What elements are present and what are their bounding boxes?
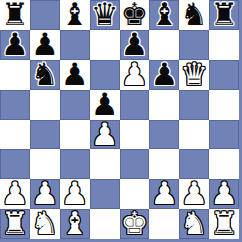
piece-white-pawn[interactable]: ♟ — [121, 60, 149, 90]
square-g6[interactable]: ♛ — [179, 60, 209, 90]
square-d4[interactable]: ♟ — [90, 120, 120, 150]
square-a7[interactable]: ♟ — [0, 30, 30, 60]
square-h8[interactable]: ♜ — [209, 0, 239, 30]
square-b5[interactable] — [30, 90, 60, 120]
square-e3[interactable] — [120, 149, 150, 179]
square-h1[interactable]: ♜ — [209, 209, 239, 239]
square-h6[interactable] — [209, 60, 239, 90]
piece-black-rook[interactable]: ♜ — [210, 0, 238, 30]
chess-board-grid: ♜♝♛♚♝♞♜♟♟♟♞♟♟♟♛♟♟♟♟♟♟♟♟♜♞♝♚♞♜ — [0, 0, 239, 239]
piece-white-queen[interactable]: ♛ — [180, 60, 208, 90]
square-c4[interactable] — [60, 120, 90, 150]
square-d2[interactable] — [90, 179, 120, 209]
piece-white-rook[interactable]: ♜ — [210, 209, 238, 239]
square-e6[interactable]: ♟ — [120, 60, 150, 90]
piece-black-bishop[interactable]: ♝ — [61, 0, 89, 30]
piece-black-pawn[interactable]: ♟ — [150, 60, 178, 90]
square-c5[interactable] — [60, 90, 90, 120]
square-d8[interactable]: ♛ — [90, 0, 120, 30]
piece-black-knight[interactable]: ♞ — [180, 0, 208, 30]
square-d1[interactable] — [90, 209, 120, 239]
square-a1[interactable]: ♜ — [0, 209, 30, 239]
square-a4[interactable] — [0, 120, 30, 150]
square-f6[interactable]: ♟ — [149, 60, 179, 90]
square-h7[interactable] — [209, 30, 239, 60]
piece-white-knight[interactable]: ♞ — [31, 209, 59, 239]
piece-white-rook[interactable]: ♜ — [1, 209, 29, 239]
square-c6[interactable]: ♟ — [60, 60, 90, 90]
square-g4[interactable] — [179, 120, 209, 150]
square-h5[interactable] — [209, 90, 239, 120]
piece-white-pawn[interactable]: ♟ — [91, 120, 119, 150]
square-e1[interactable]: ♚ — [120, 209, 150, 239]
square-f5[interactable] — [149, 90, 179, 120]
square-c1[interactable]: ♝ — [60, 209, 90, 239]
square-c8[interactable]: ♝ — [60, 0, 90, 30]
square-b6[interactable]: ♞ — [30, 60, 60, 90]
square-b1[interactable]: ♞ — [30, 209, 60, 239]
square-f1[interactable] — [149, 209, 179, 239]
square-b4[interactable] — [30, 120, 60, 150]
square-g1[interactable]: ♞ — [179, 209, 209, 239]
piece-black-bishop[interactable]: ♝ — [150, 0, 178, 30]
square-d7[interactable] — [90, 30, 120, 60]
square-e4[interactable] — [120, 120, 150, 150]
piece-white-king[interactable]: ♚ — [121, 209, 149, 239]
piece-black-pawn[interactable]: ♟ — [61, 60, 89, 90]
square-a6[interactable] — [0, 60, 30, 90]
square-d3[interactable] — [90, 149, 120, 179]
square-h4[interactable] — [209, 120, 239, 150]
square-f4[interactable] — [149, 120, 179, 150]
piece-white-bishop[interactable]: ♝ — [61, 209, 89, 239]
piece-white-pawn[interactable]: ♟ — [150, 179, 178, 209]
chess-board: ♜♝♛♚♝♞♜♟♟♟♞♟♟♟♛♟♟♟♟♟♟♟♟♜♞♝♚♞♜ — [0, 0, 242, 242]
square-a5[interactable] — [0, 90, 30, 120]
piece-black-knight[interactable]: ♞ — [31, 60, 59, 90]
square-g8[interactable]: ♞ — [179, 0, 209, 30]
piece-black-queen[interactable]: ♛ — [91, 0, 119, 30]
square-e5[interactable] — [120, 90, 150, 120]
square-f2[interactable]: ♟ — [149, 179, 179, 209]
piece-black-pawn[interactable]: ♟ — [1, 30, 29, 60]
piece-white-knight[interactable]: ♞ — [180, 209, 208, 239]
square-g5[interactable] — [179, 90, 209, 120]
square-f8[interactable]: ♝ — [149, 0, 179, 30]
